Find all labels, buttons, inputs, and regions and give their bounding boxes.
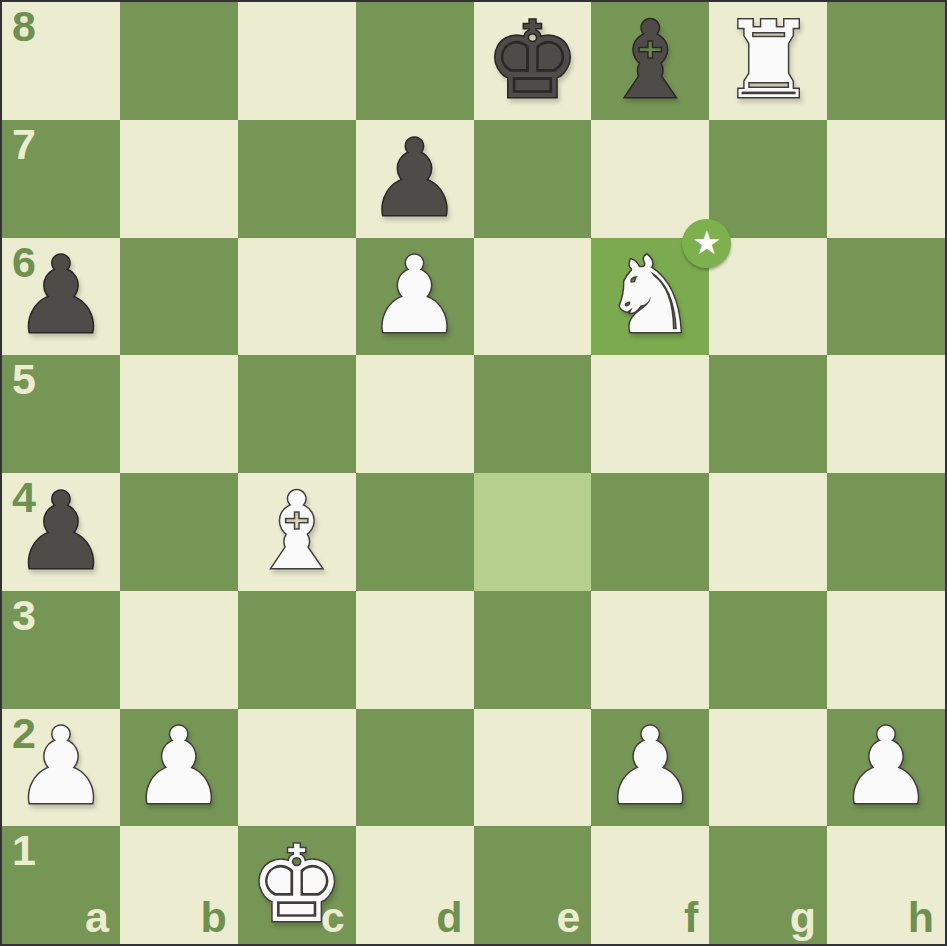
square-f2[interactable]: ♟	[591, 709, 709, 827]
square-g1[interactable]: g	[709, 826, 827, 944]
square-b3[interactable]	[120, 591, 238, 709]
square-c8[interactable]	[238, 2, 356, 120]
rank-label-2: 2	[12, 712, 36, 755]
square-d3[interactable]	[356, 591, 474, 709]
square-f8[interactable]: ♝	[591, 2, 709, 120]
square-g5[interactable]	[709, 355, 827, 473]
white-pawn[interactable]: ♟	[603, 714, 698, 820]
square-c2[interactable]	[238, 709, 356, 827]
square-h1[interactable]: h	[827, 826, 945, 944]
square-c3[interactable]	[238, 591, 356, 709]
rank-label-8: 8	[12, 5, 36, 48]
rank-label-3: 3	[12, 594, 36, 637]
file-label-b: b	[200, 896, 226, 939]
square-e3[interactable]	[474, 591, 592, 709]
white-pawn[interactable]: ♟	[131, 714, 226, 820]
square-b8[interactable]	[120, 2, 238, 120]
square-a2[interactable]: 2♟	[2, 709, 120, 827]
square-b5[interactable]	[120, 355, 238, 473]
file-label-g: g	[790, 896, 816, 939]
square-a3[interactable]: 3	[2, 591, 120, 709]
chess-board: 8♚♝♜7♟6♟♟♞★54♟♝32♟♟♟♟1abc♚defgh	[0, 0, 947, 946]
white-knight[interactable]: ♞	[603, 243, 698, 349]
square-d6[interactable]: ♟	[356, 238, 474, 356]
square-d5[interactable]	[356, 355, 474, 473]
square-h3[interactable]	[827, 591, 945, 709]
white-pawn[interactable]: ♟	[839, 714, 934, 820]
square-b6[interactable]	[120, 238, 238, 356]
square-b4[interactable]	[120, 473, 238, 591]
rank-label-7: 7	[12, 123, 36, 166]
square-h4[interactable]	[827, 473, 945, 591]
square-c6[interactable]	[238, 238, 356, 356]
square-f1[interactable]: f	[591, 826, 709, 944]
square-e6[interactable]	[474, 238, 592, 356]
square-g7[interactable]	[709, 120, 827, 238]
square-g2[interactable]	[709, 709, 827, 827]
square-a6[interactable]: 6♟	[2, 238, 120, 356]
square-e1[interactable]: e	[474, 826, 592, 944]
rank-label-6: 6	[12, 241, 36, 284]
file-label-a: a	[85, 896, 109, 939]
black-bishop[interactable]: ♝	[603, 8, 698, 114]
square-f6[interactable]: ♞★	[591, 238, 709, 356]
square-c1[interactable]: c♚	[238, 826, 356, 944]
square-f4[interactable]	[591, 473, 709, 591]
square-d8[interactable]	[356, 2, 474, 120]
square-e4[interactable]	[474, 473, 592, 591]
white-rook[interactable]: ♜	[721, 8, 816, 114]
file-label-d: d	[436, 896, 462, 939]
white-bishop[interactable]: ♝	[249, 479, 344, 585]
rank-label-4: 4	[12, 476, 36, 519]
square-d7[interactable]: ♟	[356, 120, 474, 238]
file-label-f: f	[684, 896, 698, 939]
square-d2[interactable]	[356, 709, 474, 827]
square-h5[interactable]	[827, 355, 945, 473]
file-label-e: e	[556, 896, 580, 939]
square-b7[interactable]	[120, 120, 238, 238]
star-icon: ★	[692, 226, 722, 259]
square-e5[interactable]	[474, 355, 592, 473]
square-f3[interactable]	[591, 591, 709, 709]
square-c4[interactable]: ♝	[238, 473, 356, 591]
square-d4[interactable]	[356, 473, 474, 591]
square-a8[interactable]: 8	[2, 2, 120, 120]
black-king[interactable]: ♚	[485, 8, 580, 114]
square-c7[interactable]	[238, 120, 356, 238]
square-h7[interactable]	[827, 120, 945, 238]
best-move-star-badge: ★	[682, 219, 731, 268]
square-h2[interactable]: ♟	[827, 709, 945, 827]
square-d1[interactable]: d	[356, 826, 474, 944]
square-b1[interactable]: b	[120, 826, 238, 944]
square-c5[interactable]	[238, 355, 356, 473]
black-pawn[interactable]: ♟	[367, 126, 462, 232]
square-f5[interactable]	[591, 355, 709, 473]
square-a1[interactable]: 1a	[2, 826, 120, 944]
square-a7[interactable]: 7	[2, 120, 120, 238]
square-e7[interactable]	[474, 120, 592, 238]
file-label-h: h	[908, 896, 934, 939]
square-a5[interactable]: 5	[2, 355, 120, 473]
rank-label-5: 5	[12, 358, 36, 401]
square-g8[interactable]: ♜	[709, 2, 827, 120]
square-f7[interactable]	[591, 120, 709, 238]
square-g3[interactable]	[709, 591, 827, 709]
square-a4[interactable]: 4♟	[2, 473, 120, 591]
rank-label-1: 1	[12, 829, 36, 872]
white-pawn[interactable]: ♟	[367, 243, 462, 349]
square-e2[interactable]	[474, 709, 592, 827]
square-g4[interactable]	[709, 473, 827, 591]
square-h6[interactable]	[827, 238, 945, 356]
file-label-c: c	[321, 896, 345, 939]
square-h8[interactable]	[827, 2, 945, 120]
square-b2[interactable]: ♟	[120, 709, 238, 827]
square-e8[interactable]: ♚	[474, 2, 592, 120]
